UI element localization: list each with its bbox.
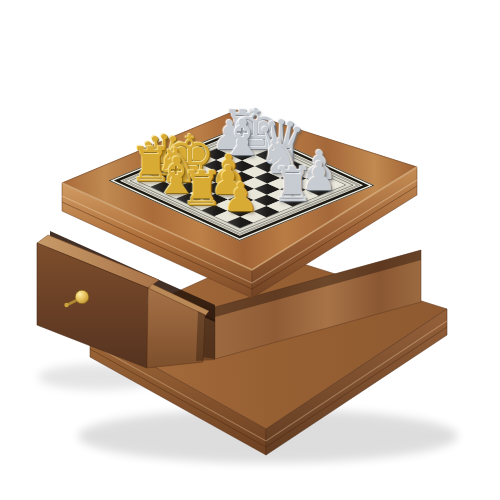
pieces-layer: ♜♛♞♚♝♜♟♟♟♟♜♝♚♛♞♜♟♟ <box>0 0 500 500</box>
product-photo-scene: ♜♛♞♚♝♜♟♟♟♟♜♝♚♛♞♜♟♟ <box>0 0 500 500</box>
piece-gold-pawn-b2: ♟ <box>223 177 259 217</box>
piece-gold-rook-a4: ♜ <box>180 164 223 212</box>
piece-silver-rook-e1: ♜ <box>271 160 314 208</box>
